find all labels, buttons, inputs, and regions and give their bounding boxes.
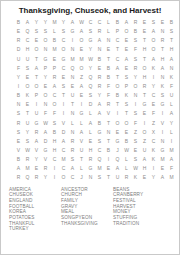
grid-cell: I — [104, 155, 113, 164]
grid-cell: H — [167, 45, 176, 54]
grid-cell: P — [41, 64, 50, 73]
grid-cell: L — [86, 109, 95, 118]
grid-cell: P — [113, 27, 122, 36]
grid-cell: A — [113, 164, 122, 173]
grid-cell: E — [59, 73, 68, 82]
grid-cell: N — [167, 64, 176, 73]
grid-cell: S — [41, 27, 50, 36]
grid-cell: G — [113, 137, 122, 146]
grid-cell: I — [140, 119, 149, 128]
grid-cell: C — [23, 36, 32, 45]
grid-cell: K — [167, 73, 176, 82]
grid-cell: Y — [41, 18, 50, 27]
grid-cell: E — [158, 164, 167, 173]
grid-cell: A — [158, 64, 167, 73]
grid-cell: N — [14, 100, 23, 109]
grid-cell: G — [41, 55, 50, 64]
grid-cell: E — [104, 45, 113, 54]
word-list-column: ANCESTORCHURCHFAMILYGRAVYMEALSONGPYEONTH… — [61, 187, 113, 227]
grid-cell: Q — [23, 173, 32, 182]
grid-cell: C — [59, 36, 68, 45]
grid-cell: R — [95, 82, 104, 91]
grid-cell: C — [50, 91, 59, 100]
grid-cell: A — [95, 109, 104, 118]
grid-cell: O — [41, 36, 50, 45]
grid-cell: Z — [131, 128, 140, 137]
word-list-column: AMERICACHUSEOKENGLANDFOOTBALLKOREAPOTATO… — [9, 187, 61, 233]
word-list: AMERICACHUSEOKENGLANDFOOTBALLKOREAPOTATO… — [1, 187, 179, 233]
grid-cell: O — [149, 36, 158, 45]
grid-cell: E — [122, 36, 131, 45]
grid-cell: B — [104, 73, 113, 82]
grid-cell: G — [77, 109, 86, 118]
grid-cell: W — [86, 55, 95, 64]
grid-cell: H — [158, 55, 167, 64]
grid-cell: L — [104, 27, 113, 36]
grid-cell: S — [68, 155, 77, 164]
grid-cell: S — [59, 82, 68, 91]
grid-cell: E — [41, 82, 50, 91]
grid-cell: N — [131, 91, 140, 100]
grid-cell: C — [95, 146, 104, 155]
grid-cell: A — [23, 18, 32, 27]
grid-cell: G — [68, 27, 77, 36]
grid-cell: Y — [95, 91, 104, 100]
grid-cell: B — [122, 137, 131, 146]
grid-cell: A — [77, 27, 86, 36]
grid-cell: T — [104, 55, 113, 64]
grid-cell: C — [68, 173, 77, 182]
grid-cell: A — [59, 137, 68, 146]
grid-cell: E — [86, 137, 95, 146]
grid-cell: Y — [41, 73, 50, 82]
grid-cell: S — [59, 27, 68, 36]
grid-cell: E — [14, 137, 23, 146]
grid-cell: Z — [140, 137, 149, 146]
grid-cell: F — [149, 109, 158, 118]
grid-cell: E — [140, 18, 149, 27]
grid-cell: E — [23, 100, 32, 109]
grid-cell: T — [158, 45, 167, 54]
grid-cell: Y — [32, 18, 41, 27]
grid-cell: K — [122, 91, 131, 100]
letter-grid: BAYYMYAWCCLBARESEBEQSSLSGASRLPOBEANSRCEO… — [14, 18, 176, 183]
grid-cell: L — [77, 164, 86, 173]
grid-cell: T — [113, 45, 122, 54]
grid-cell: L — [68, 119, 77, 128]
grid-cell: G — [32, 119, 41, 128]
grid-cell: E — [77, 45, 86, 54]
word-list-item: TRADITION — [113, 221, 165, 227]
grid-cell: V — [14, 146, 23, 155]
grid-cell: D — [59, 128, 68, 137]
grid-cell: S — [122, 73, 131, 82]
grid-cell: A — [122, 18, 131, 27]
grid-cell: M — [77, 55, 86, 64]
grid-cell: A — [77, 128, 86, 137]
grid-cell: B — [113, 91, 122, 100]
grid-cell: S — [131, 137, 140, 146]
grid-cell: M — [68, 55, 77, 64]
grid-cell: R — [32, 173, 41, 182]
grid-cell: M — [167, 146, 176, 155]
grid-cell: I — [167, 137, 176, 146]
grid-cell: Y — [32, 155, 41, 164]
grid-cell: B — [167, 18, 176, 27]
grid-cell: Q — [113, 155, 122, 164]
grid-cell: Y — [23, 128, 32, 137]
grid-cell: N — [104, 128, 113, 137]
grid-cell: R — [140, 82, 149, 91]
grid-cell: Q — [23, 27, 32, 36]
grid-cell: J — [113, 146, 122, 155]
grid-cell: O — [32, 45, 41, 54]
grid-cell: A — [167, 55, 176, 64]
grid-cell: E — [149, 100, 158, 109]
grid-cell: K — [131, 173, 140, 182]
grid-cell: E — [32, 36, 41, 45]
grid-cell: Y — [86, 64, 95, 73]
grid-cell: H — [50, 146, 59, 155]
grid-cell: W — [77, 18, 86, 27]
grid-cell: T — [140, 55, 149, 64]
grid-cell: P — [122, 82, 131, 91]
grid-cell: N — [158, 73, 167, 82]
grid-cell: S — [32, 27, 41, 36]
grid-cell: A — [158, 173, 167, 182]
grid-cell: F — [41, 109, 50, 118]
grid-cell: S — [158, 91, 167, 100]
grid-cell: O — [59, 173, 68, 182]
grid-cell: I — [59, 100, 68, 109]
grid-cell: S — [167, 27, 176, 36]
grid-cell: A — [77, 82, 86, 91]
grid-cell: J — [77, 173, 86, 182]
grid-cell: E — [131, 146, 140, 155]
grid-cell: G — [86, 164, 95, 173]
grid-cell: N — [68, 73, 77, 82]
grid-cell: U — [68, 91, 77, 100]
grid-cell: O — [59, 45, 68, 54]
grid-cell: H — [86, 146, 95, 155]
grid-cell: Y — [149, 173, 158, 182]
grid-cell: R — [95, 73, 104, 82]
grid-cell: O — [140, 64, 149, 73]
grid-cell: U — [77, 146, 86, 155]
grid-cell: C — [59, 164, 68, 173]
grid-cell: A — [167, 109, 176, 118]
grid-cell: N — [41, 45, 50, 54]
grid-cell: O — [32, 82, 41, 91]
grid-cell: G — [86, 36, 95, 45]
grid-cell: O — [23, 82, 32, 91]
grid-cell: S — [131, 55, 140, 64]
grid-cell: A — [68, 18, 77, 27]
grid-cell: R — [23, 155, 32, 164]
grid-cell: Y — [149, 82, 158, 91]
grid-cell: B — [131, 27, 140, 36]
grid-cell: F — [104, 82, 113, 91]
grid-cell: W — [23, 146, 32, 155]
grid-cell: Y — [131, 73, 140, 82]
grid-cell: A — [68, 164, 77, 173]
grid-cell: E — [113, 128, 122, 137]
grid-cell: L — [86, 128, 95, 137]
grid-cell: X — [149, 128, 158, 137]
grid-cell: I — [113, 109, 122, 118]
grid-cell: B — [14, 155, 23, 164]
grid-cell: I — [158, 109, 167, 118]
grid-cell: B — [14, 18, 23, 27]
grid-cell: S — [149, 18, 158, 27]
grid-cell: V — [32, 146, 41, 155]
grid-cell: Q — [86, 73, 95, 82]
grid-cell: R — [158, 36, 167, 45]
grid-cell: U — [167, 91, 176, 100]
grid-cell: M — [50, 18, 59, 27]
grid-cell: S — [86, 27, 95, 36]
word-list-item: TURKEY — [9, 226, 61, 232]
word-list-item: THANKSGIVING — [61, 221, 113, 227]
grid-cell: Q — [86, 82, 95, 91]
grid-cell: D — [41, 137, 50, 146]
grid-cell: E — [122, 128, 131, 137]
grid-cell: F — [167, 164, 176, 173]
grid-cell: S — [95, 173, 104, 182]
grid-cell: A — [140, 155, 149, 164]
grid-cell: S — [23, 64, 32, 73]
grid-cell: U — [23, 119, 32, 128]
grid-cell: B — [104, 146, 113, 155]
grid-cell: T — [113, 73, 122, 82]
grid-cell: N — [68, 45, 77, 54]
grid-cell: O — [50, 100, 59, 109]
grid-cell: E — [50, 55, 59, 64]
grid-cell: E — [140, 109, 149, 118]
grid-cell: C — [50, 155, 59, 164]
grid-cell: L — [77, 119, 86, 128]
grid-cell: M — [167, 173, 176, 182]
grid-cell: E — [104, 164, 113, 173]
grid-cell: A — [14, 164, 23, 173]
grid-cell: B — [113, 18, 122, 27]
grid-cell: T — [32, 55, 41, 64]
grid-cell: L — [50, 27, 59, 36]
grid-cell: U — [140, 146, 149, 155]
grid-cell: A — [86, 119, 95, 128]
grid-cell: U — [14, 55, 23, 64]
grid-cell: L — [104, 18, 113, 27]
grid-cell: R — [68, 146, 77, 155]
grid-cell: H — [50, 137, 59, 146]
grid-cell: C — [149, 91, 158, 100]
grid-cell: R — [50, 73, 59, 82]
grid-cell: Y — [14, 73, 23, 82]
grid-cell: E — [14, 27, 23, 36]
grid-cell: S — [95, 137, 104, 146]
grid-cell: T — [122, 109, 131, 118]
grid-cell: Q — [68, 64, 77, 73]
grid-cell: Z — [149, 119, 158, 128]
grid-cell: T — [140, 91, 149, 100]
grid-cell: A — [149, 27, 158, 36]
grid-cell: I — [14, 82, 23, 91]
grid-cell: Q — [95, 155, 104, 164]
grid-cell: N — [158, 27, 167, 36]
grid-cell: C — [95, 18, 104, 27]
grid-cell: R — [104, 100, 113, 109]
grid-cell: R — [14, 173, 23, 182]
grid-cell: T — [59, 91, 68, 100]
grid-cell: F — [131, 45, 140, 54]
grid-cell: A — [41, 128, 50, 137]
grid-cell: T — [104, 173, 113, 182]
grid-cell: M — [158, 155, 167, 164]
grid-cell: U — [23, 55, 32, 64]
grid-cell: F — [167, 82, 176, 91]
grid-cell: M — [50, 45, 59, 54]
grid-cell: H — [140, 45, 149, 54]
grid-cell: S — [14, 109, 23, 118]
grid-cell: D — [86, 100, 95, 109]
grid-cell: E — [158, 18, 167, 27]
grid-cell: K — [23, 91, 32, 100]
grid-cell: A — [167, 155, 176, 164]
grid-cell: I — [50, 164, 59, 173]
grid-cell: T — [32, 73, 41, 82]
grid-cell: G — [140, 100, 149, 109]
grid-cell: U — [113, 173, 122, 182]
grid-cell: Y — [41, 173, 50, 182]
grid-cell: C — [113, 36, 122, 45]
grid-cell: W — [131, 164, 140, 173]
grid-cell: O — [140, 128, 149, 137]
grid-cell: I — [50, 173, 59, 182]
grid-cell: U — [32, 109, 41, 118]
grid-cell: N — [95, 45, 104, 54]
grid-cell: N — [86, 173, 95, 182]
grid-cell: G — [41, 146, 50, 155]
grid-cell: E — [140, 173, 149, 182]
grid-cell: B — [50, 128, 59, 137]
grid-cell: B — [104, 64, 113, 73]
grid-cell: I — [32, 100, 41, 109]
grid-cell: I — [77, 100, 86, 109]
grid-cell: V — [41, 155, 50, 164]
grid-cell: B — [50, 36, 59, 45]
grid-cell: G — [158, 146, 167, 155]
grid-cell: A — [32, 137, 41, 146]
grid-cell: N — [41, 100, 50, 109]
grid-cell: W — [122, 146, 131, 155]
grid-cell: O — [77, 36, 86, 45]
grid-cell: D — [14, 45, 23, 54]
grid-cell: H — [23, 45, 32, 54]
grid-cell: R — [41, 164, 50, 173]
grid-cell: C — [149, 137, 158, 146]
grid-cell: R — [131, 18, 140, 27]
grid-cell: O — [77, 64, 86, 73]
grid-cell: R — [14, 36, 23, 45]
grid-cell: E — [122, 45, 131, 54]
grid-cell: R — [86, 155, 95, 164]
grid-cell: N — [158, 137, 167, 146]
grid-cell: E — [32, 164, 41, 173]
grid-cell: N — [104, 36, 113, 45]
grid-cell: R — [32, 128, 41, 137]
grid-cell: A — [122, 55, 131, 64]
grid-cell: S — [86, 91, 95, 100]
grid-cell: T — [23, 109, 32, 118]
grid-cell: T — [140, 36, 149, 45]
grid-cell: A — [95, 36, 104, 45]
grid-cell: M — [23, 164, 32, 173]
grid-cell: O — [149, 45, 158, 54]
grid-cell: Y — [86, 45, 95, 54]
grid-cell: B — [95, 55, 104, 64]
grid-cell: S — [131, 109, 140, 118]
word-list-column: BEANSCRANBERRYFESTIVALHARVESTMONEYSTUFFI… — [113, 187, 165, 227]
grid-cell: A — [95, 100, 104, 109]
grid-cell: Z — [77, 73, 86, 82]
grid-cell: E — [122, 64, 131, 73]
grid-cell: K — [149, 64, 158, 73]
grid-cell: T — [167, 36, 176, 45]
grid-cell: A — [50, 82, 59, 91]
grid-cell: N — [68, 109, 77, 118]
grid-cell: O — [113, 82, 122, 91]
grid-cell: S — [131, 36, 140, 45]
grid-cell: C — [113, 55, 122, 64]
grid-cell: V — [158, 119, 167, 128]
grid-cell: W — [41, 119, 50, 128]
grid-cell: V — [77, 137, 86, 146]
grid-cell: T — [104, 119, 113, 128]
grid-cell: O — [122, 119, 131, 128]
grid-cell: I — [59, 109, 68, 118]
grid-cell: E — [95, 64, 104, 73]
grid-cell: K — [158, 82, 167, 91]
grid-cell: V — [104, 109, 113, 118]
grid-cell: P — [50, 64, 59, 73]
grid-cell: B — [95, 119, 104, 128]
grid-cell: A — [113, 64, 122, 73]
grid-cell: O — [41, 91, 50, 100]
grid-cell: G — [59, 55, 68, 64]
grid-cell: Y — [167, 119, 176, 128]
grid-cell: N — [68, 128, 77, 137]
grid-cell: I — [158, 128, 167, 137]
grid-cell: R — [14, 119, 23, 128]
grid-cell: V — [59, 119, 68, 128]
grid-cell: L — [122, 155, 131, 164]
grid-cell: E — [68, 82, 77, 91]
grid-cell: K — [149, 146, 158, 155]
grid-cell: R — [95, 27, 104, 36]
grid-cell: P — [32, 91, 41, 100]
worksheet-page: Thanksgiving, Chuseok, and Harvest! BAYY… — [0, 0, 180, 255]
grid-cell: R — [131, 64, 140, 73]
grid-cell: T — [104, 137, 113, 146]
grid-cell: A — [149, 55, 158, 64]
grid-cell: S — [23, 137, 32, 146]
grid-cell: S — [131, 155, 140, 164]
grid-cell: G — [158, 100, 167, 109]
grid-cell: I — [68, 36, 77, 45]
grid-cell: C — [59, 146, 68, 155]
grid-cell: I — [149, 164, 158, 173]
grid-cell: S — [14, 128, 23, 137]
